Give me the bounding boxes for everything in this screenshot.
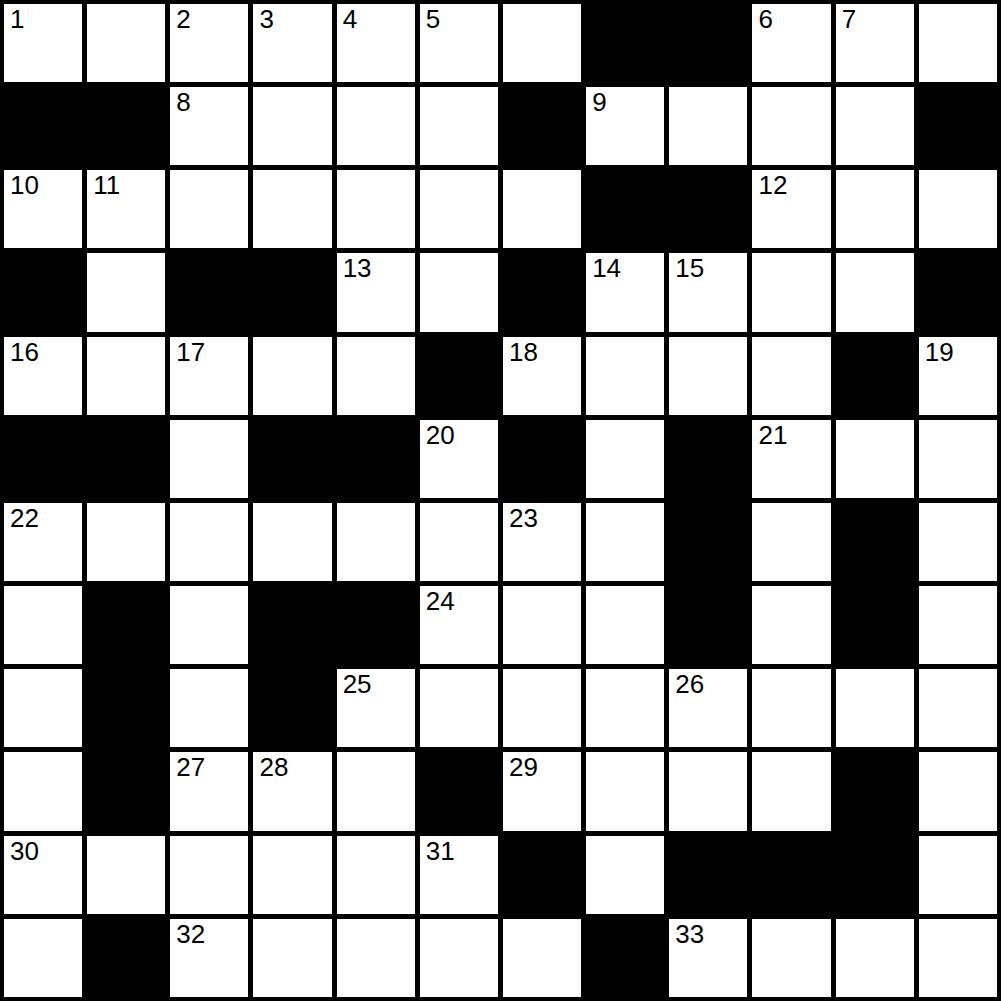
crossword-grid: 1234567891011121314151617181920212223242… [0,0,1001,1001]
cell-r2c8[interactable]: 9 [586,87,664,165]
cell-r2c4[interactable] [253,87,331,165]
clue-number-21: 21 [758,422,787,448]
cell-r6c3[interactable] [170,420,248,498]
clue-number-25: 25 [343,671,372,697]
cell-r10c12[interactable] [919,752,997,830]
clue-number-22: 22 [10,505,39,531]
cell-r12c12[interactable] [919,919,997,997]
clue-number-6: 6 [758,6,772,32]
cell-r11c12[interactable] [919,836,997,914]
cell-r2c11[interactable] [836,87,914,165]
cell-r7c5[interactable] [337,503,415,581]
block-cell-r1c8 [586,4,664,82]
cell-r3c10[interactable]: 12 [752,170,830,248]
cell-r1c3[interactable]: 2 [170,4,248,82]
cell-r7c8[interactable] [586,503,664,581]
clue-number-11: 11 [93,172,120,198]
clue-number-1: 1 [10,6,24,32]
cell-r6c8[interactable] [586,420,664,498]
cell-r11c3[interactable] [170,836,248,914]
cell-r4c6[interactable] [420,253,498,331]
clue-number-5: 5 [426,6,440,32]
clue-number-13: 13 [343,255,372,281]
block-cell-r3c8 [586,170,664,248]
block-cell-r4c1 [4,253,82,331]
clue-number-10: 10 [10,172,39,198]
block-cell-r6c4 [253,420,331,498]
cell-r8c7[interactable] [503,586,581,664]
block-cell-r10c6 [420,752,498,830]
cell-r10c10[interactable] [752,752,830,830]
cell-r9c8[interactable] [586,669,664,747]
clue-number-15: 15 [675,255,704,281]
cell-r9c6[interactable] [420,669,498,747]
cell-r3c5[interactable] [337,170,415,248]
cell-r8c10[interactable] [752,586,830,664]
block-cell-r4c3 [170,253,248,331]
cell-r1c4[interactable]: 3 [253,4,331,82]
clue-number-20: 20 [426,422,455,448]
cell-r9c5[interactable]: 25 [337,669,415,747]
cell-r3c2[interactable]: 11 [87,170,165,248]
cell-r9c3[interactable] [170,669,248,747]
cell-r9c9[interactable]: 26 [669,669,747,747]
clue-number-17: 17 [176,339,205,365]
block-cell-r3c9 [669,170,747,248]
cell-r9c7[interactable] [503,669,581,747]
cell-r1c10[interactable]: 6 [752,4,830,82]
cell-r8c8[interactable] [586,586,664,664]
cell-r10c5[interactable] [337,752,415,830]
cell-r1c7[interactable] [503,4,581,82]
clue-number-4: 4 [343,6,357,32]
cell-r10c7[interactable]: 29 [503,752,581,830]
cell-r1c2[interactable] [87,4,165,82]
clue-number-33: 33 [675,921,704,947]
clue-number-23: 23 [509,505,538,531]
cell-r8c3[interactable] [170,586,248,664]
cell-r3c1[interactable]: 10 [4,170,82,248]
cell-r5c2[interactable] [87,337,165,415]
block-cell-r7c11 [836,503,914,581]
block-cell-r4c12 [919,253,997,331]
block-cell-r10c2 [87,752,165,830]
clue-number-18: 18 [509,339,538,365]
cell-r6c11[interactable] [836,420,914,498]
cell-r5c3[interactable]: 17 [170,337,248,415]
block-cell-r6c5 [337,420,415,498]
block-cell-r5c6 [420,337,498,415]
block-cell-r8c9 [669,586,747,664]
cell-r12c9[interactable]: 33 [669,919,747,997]
clue-number-16: 16 [10,339,39,365]
cell-r11c8[interactable] [586,836,664,914]
cell-r4c8[interactable]: 14 [586,253,664,331]
cell-r3c6[interactable] [420,170,498,248]
cell-r2c3[interactable]: 8 [170,87,248,165]
block-cell-r12c8 [586,919,664,997]
block-cell-r11c10 [752,836,830,914]
clue-number-9: 9 [592,89,606,115]
cell-r12c3[interactable]: 32 [170,919,248,997]
cell-r6c12[interactable] [919,420,997,498]
cell-r11c4[interactable] [253,836,331,914]
cell-r5c4[interactable] [253,337,331,415]
clue-number-2: 2 [176,6,190,32]
cell-r11c2[interactable] [87,836,165,914]
cell-r12c6[interactable] [420,919,498,997]
block-cell-r6c2 [87,420,165,498]
cell-r11c6[interactable]: 31 [420,836,498,914]
cell-r8c6[interactable]: 24 [420,586,498,664]
block-cell-r7c9 [669,503,747,581]
cell-r5c7[interactable]: 18 [503,337,581,415]
cell-r10c4[interactable]: 28 [253,752,331,830]
cell-r3c12[interactable] [919,170,997,248]
block-cell-r6c1 [4,420,82,498]
cell-r4c2[interactable] [87,253,165,331]
cell-r10c8[interactable] [586,752,664,830]
cell-r5c12[interactable]: 19 [919,337,997,415]
block-cell-r2c1 [4,87,82,165]
cell-r7c12[interactable] [919,503,997,581]
clue-number-12: 12 [758,172,787,198]
cell-r12c10[interactable] [752,919,830,997]
block-cell-r1c9 [669,4,747,82]
clue-number-29: 29 [509,754,538,780]
cell-r7c7[interactable]: 23 [503,503,581,581]
cell-r5c9[interactable] [669,337,747,415]
clue-number-24: 24 [426,588,455,614]
cell-r10c1[interactable] [4,752,82,830]
cell-r2c10[interactable] [752,87,830,165]
cell-r4c10[interactable] [752,253,830,331]
clue-number-30: 30 [10,838,39,864]
cell-r7c1[interactable]: 22 [4,503,82,581]
cell-r12c5[interactable] [337,919,415,997]
block-cell-r6c7 [503,420,581,498]
cell-r9c11[interactable] [836,669,914,747]
clue-number-27: 27 [176,754,205,780]
block-cell-r2c2 [87,87,165,165]
cell-r1c1[interactable]: 1 [4,4,82,82]
cell-r3c7[interactable] [503,170,581,248]
cell-r3c4[interactable] [253,170,331,248]
clue-number-28: 28 [259,754,288,780]
block-cell-r11c9 [669,836,747,914]
cell-r7c2[interactable] [87,503,165,581]
cell-r5c1[interactable]: 16 [4,337,82,415]
clue-number-8: 8 [176,89,190,115]
cell-r6c6[interactable]: 20 [420,420,498,498]
clue-number-7: 7 [842,6,856,32]
cell-r1c11[interactable]: 7 [836,4,914,82]
cell-r4c9[interactable]: 15 [669,253,747,331]
block-cell-r4c4 [253,253,331,331]
clue-number-26: 26 [675,671,704,697]
cell-r4c5[interactable]: 13 [337,253,415,331]
cell-r12c11[interactable] [836,919,914,997]
cell-r5c10[interactable] [752,337,830,415]
cell-r7c4[interactable] [253,503,331,581]
cell-r2c6[interactable] [420,87,498,165]
cell-r2c5[interactable] [337,87,415,165]
block-cell-r8c4 [253,586,331,664]
cell-r12c1[interactable] [4,919,82,997]
block-cell-r11c7 [503,836,581,914]
block-cell-r8c11 [836,586,914,664]
cell-r8c12[interactable] [919,586,997,664]
cell-r8c1[interactable] [4,586,82,664]
block-cell-r4c7 [503,253,581,331]
clue-number-14: 14 [592,255,621,281]
block-cell-r8c5 [337,586,415,664]
block-cell-r5c11 [836,337,914,415]
block-cell-r9c4 [253,669,331,747]
clue-number-31: 31 [426,838,455,864]
clue-number-3: 3 [259,6,273,32]
cell-r12c7[interactable] [503,919,581,997]
cell-r10c9[interactable] [669,752,747,830]
cell-r7c10[interactable] [752,503,830,581]
block-cell-r11c11 [836,836,914,914]
cell-r5c8[interactable] [586,337,664,415]
block-cell-r2c12 [919,87,997,165]
block-cell-r10c11 [836,752,914,830]
cell-r9c1[interactable] [4,669,82,747]
clue-number-32: 32 [176,921,205,947]
cell-r10c3[interactable]: 27 [170,752,248,830]
cell-r6c10[interactable]: 21 [752,420,830,498]
clue-number-19: 19 [925,339,954,365]
block-cell-r8c2 [87,586,165,664]
cell-r9c12[interactable] [919,669,997,747]
cell-r1c6[interactable]: 5 [420,4,498,82]
block-cell-r12c2 [87,919,165,997]
cell-r12c4[interactable] [253,919,331,997]
cell-r3c11[interactable] [836,170,914,248]
cell-r9c10[interactable] [752,669,830,747]
cell-r7c3[interactable] [170,503,248,581]
cell-r1c12[interactable] [919,4,997,82]
block-cell-r9c2 [87,669,165,747]
cell-r11c1[interactable]: 30 [4,836,82,914]
cell-r4c11[interactable] [836,253,914,331]
cell-r7c6[interactable] [420,503,498,581]
cell-r2c9[interactable] [669,87,747,165]
cell-r1c5[interactable]: 4 [337,4,415,82]
block-cell-r6c9 [669,420,747,498]
cell-r3c3[interactable] [170,170,248,248]
block-cell-r2c7 [503,87,581,165]
cell-r5c5[interactable] [337,337,415,415]
cell-r11c5[interactable] [337,836,415,914]
